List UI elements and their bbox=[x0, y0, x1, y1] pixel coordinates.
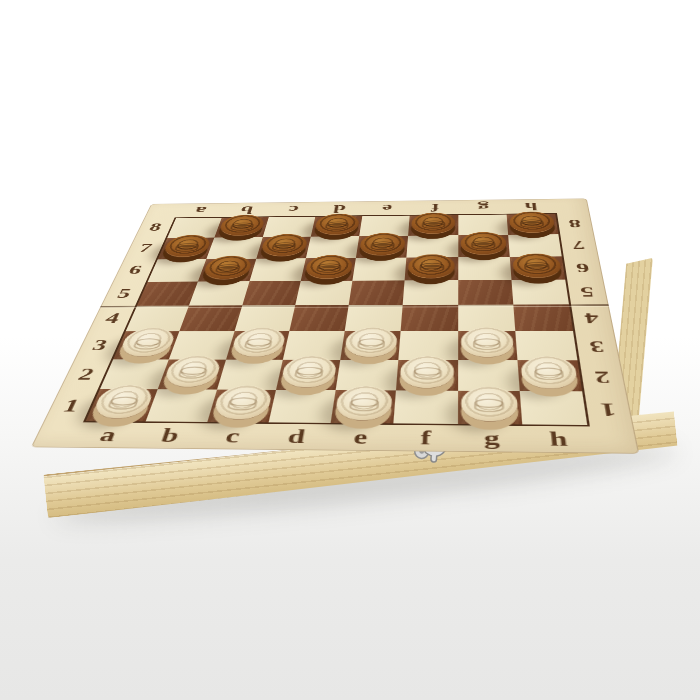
rank-label-2: 2 bbox=[581, 361, 624, 393]
square-e3[interactable]: ⛀ bbox=[340, 331, 401, 359]
rank-label-3: 3 bbox=[576, 331, 618, 360]
square-f5[interactable] bbox=[403, 280, 458, 305]
square-g1[interactable]: ⛀ bbox=[457, 391, 522, 425]
product-photo-scene: abcdefgh abcdefgh 87654321 87654321 ⛂⛂⛂⛂… bbox=[0, 0, 700, 700]
square-f8[interactable]: ⛂ bbox=[408, 215, 458, 236]
square-a5[interactable] bbox=[137, 281, 198, 305]
square-g7[interactable]: ⛂ bbox=[458, 235, 510, 257]
square-a7[interactable]: ⛂ bbox=[158, 238, 215, 260]
file-label-a: a bbox=[175, 203, 226, 217]
file-label-e: e bbox=[362, 201, 411, 215]
square-e1[interactable]: ⛀ bbox=[331, 390, 397, 423]
file-label-c: c bbox=[198, 423, 268, 449]
square-h1[interactable] bbox=[519, 391, 587, 425]
square-g3[interactable]: ⛀ bbox=[458, 331, 518, 360]
file-label-c: c bbox=[268, 202, 318, 216]
piece-black-f8[interactable]: ⛂ bbox=[411, 212, 456, 234]
piece-white-a1[interactable]: ⛀ bbox=[90, 385, 157, 419]
square-d8[interactable]: ⛂ bbox=[311, 216, 363, 237]
rank-label-7: 7 bbox=[561, 233, 596, 255]
square-d2[interactable]: ⛀ bbox=[276, 359, 341, 390]
square-h2[interactable]: ⛀ bbox=[517, 360, 582, 391]
piece-black-g7[interactable]: ⛂ bbox=[460, 232, 507, 255]
piece-white-e1[interactable]: ⛀ bbox=[334, 386, 394, 421]
rank-label-4: 4 bbox=[572, 304, 612, 331]
square-c3[interactable]: ⛀ bbox=[226, 331, 289, 359]
piece-black-d6[interactable]: ⛂ bbox=[303, 255, 354, 279]
square-d6[interactable]: ⛂ bbox=[301, 258, 356, 281]
square-b1[interactable] bbox=[146, 389, 217, 422]
square-f2[interactable]: ⛀ bbox=[396, 360, 457, 391]
file-label-g: g bbox=[459, 200, 508, 214]
square-e7[interactable]: ⛂ bbox=[356, 236, 408, 258]
square-c7[interactable]: ⛂ bbox=[256, 237, 311, 259]
piece-black-b8[interactable]: ⛂ bbox=[217, 215, 266, 236]
rank-label-1: 1 bbox=[586, 392, 632, 427]
square-c5[interactable] bbox=[242, 281, 301, 306]
square-e5[interactable] bbox=[349, 280, 405, 305]
piece-white-a3[interactable]: ⛀ bbox=[117, 328, 178, 357]
square-h6[interactable]: ⛂ bbox=[510, 256, 566, 280]
square-d1[interactable] bbox=[268, 390, 335, 423]
piece-black-d8[interactable]: ⛂ bbox=[313, 214, 360, 236]
piece-white-h2[interactable]: ⛀ bbox=[520, 356, 579, 389]
rank-label-5: 5 bbox=[568, 279, 606, 304]
file-label-b: b bbox=[134, 423, 205, 448]
piece-black-h8[interactable]: ⛂ bbox=[509, 211, 556, 233]
square-d4[interactable] bbox=[289, 305, 349, 331]
square-f4[interactable] bbox=[401, 305, 458, 332]
square-b5[interactable] bbox=[189, 281, 249, 305]
piece-white-c3[interactable]: ⛀ bbox=[229, 328, 287, 358]
piece-white-e3[interactable]: ⛀ bbox=[343, 328, 398, 358]
square-d5[interactable] bbox=[295, 281, 352, 306]
piece-black-f6[interactable]: ⛂ bbox=[408, 254, 456, 279]
file-label-d: d bbox=[262, 424, 331, 450]
piece-black-c7[interactable]: ⛂ bbox=[259, 234, 309, 257]
square-b8[interactable]: ⛂ bbox=[215, 217, 269, 237]
square-b6[interactable]: ⛂ bbox=[198, 258, 256, 281]
piece-black-e7[interactable]: ⛂ bbox=[359, 233, 407, 256]
piece-black-h6[interactable]: ⛂ bbox=[512, 253, 563, 278]
rank-label-6: 6 bbox=[565, 255, 602, 279]
square-b4[interactable] bbox=[180, 305, 242, 331]
board-box: abcdefgh abcdefgh 87654321 87654321 ⛂⛂⛂⛂… bbox=[0, 0, 700, 700]
piece-white-d2[interactable]: ⛀ bbox=[279, 355, 338, 387]
square-h4[interactable] bbox=[513, 304, 573, 331]
board-3d-projection: abcdefgh abcdefgh 87654321 87654321 ⛂⛂⛂⛂… bbox=[31, 199, 639, 454]
piece-black-a7[interactable]: ⛂ bbox=[161, 235, 213, 258]
square-f6[interactable]: ⛂ bbox=[405, 257, 458, 280]
piece-white-g3[interactable]: ⛀ bbox=[460, 327, 514, 357]
piece-white-g1[interactable]: ⛀ bbox=[460, 386, 518, 421]
rank-label-8: 8 bbox=[558, 213, 592, 234]
square-g5[interactable] bbox=[458, 280, 513, 305]
piece-white-f2[interactable]: ⛀ bbox=[399, 356, 454, 388]
square-c1[interactable]: ⛀ bbox=[207, 389, 276, 422]
piece-white-b2[interactable]: ⛀ bbox=[162, 355, 224, 387]
piece-black-b6[interactable]: ⛂ bbox=[201, 255, 254, 279]
square-e6[interactable] bbox=[352, 257, 406, 280]
file-labels-bottom: abcdefgh bbox=[72, 422, 594, 452]
file-label-f: f bbox=[392, 425, 458, 451]
square-b2[interactable]: ⛀ bbox=[158, 359, 226, 389]
file-label-e: e bbox=[327, 424, 395, 450]
checkers-board: abcdefgh abcdefgh 87654321 87654321 ⛂⛂⛂⛂… bbox=[31, 199, 639, 454]
square-h8[interactable]: ⛂ bbox=[506, 214, 558, 235]
piece-white-c1[interactable]: ⛀ bbox=[211, 385, 274, 420]
file-label-h: h bbox=[524, 426, 594, 452]
square-h5[interactable] bbox=[511, 279, 569, 304]
square-g6[interactable] bbox=[458, 257, 511, 280]
file-label-a: a bbox=[72, 422, 144, 447]
square-a6[interactable] bbox=[148, 259, 207, 282]
file-label-g: g bbox=[459, 425, 526, 451]
square-f1[interactable] bbox=[394, 390, 458, 424]
square-c6[interactable] bbox=[249, 258, 306, 281]
